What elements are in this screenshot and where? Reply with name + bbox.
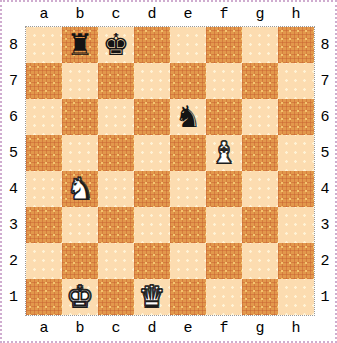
square-g4[interactable] — [242, 171, 278, 207]
rank-label-8: 8 — [315, 27, 335, 63]
square-a8[interactable] — [26, 27, 62, 63]
file-labels-top: abcdefgh — [25, 2, 315, 26]
square-a3[interactable] — [26, 207, 62, 243]
square-c8[interactable]: ♚ — [98, 27, 134, 63]
file-label-d: d — [134, 316, 170, 341]
square-h8[interactable] — [278, 27, 314, 63]
square-f5[interactable]: ♝ — [206, 135, 242, 171]
square-f2[interactable] — [206, 243, 242, 279]
square-d5[interactable] — [134, 135, 170, 171]
rank-label-8: 8 — [2, 27, 25, 63]
square-a6[interactable] — [26, 99, 62, 135]
square-b2[interactable] — [62, 243, 98, 279]
square-h3[interactable] — [278, 207, 314, 243]
square-g1[interactable] — [242, 279, 278, 315]
file-label-c: c — [98, 316, 134, 341]
file-label-a: a — [26, 316, 62, 341]
rank-label-7: 7 — [315, 63, 335, 99]
square-e3[interactable] — [170, 207, 206, 243]
file-label-f: f — [206, 2, 242, 26]
piece-white-knight[interactable]: ♞ — [67, 171, 94, 207]
board: ♜♚♞♝♞♚♛ — [25, 26, 315, 316]
square-c3[interactable] — [98, 207, 134, 243]
square-c1[interactable] — [98, 279, 134, 315]
file-label-f: f — [206, 316, 242, 341]
rank-label-3: 3 — [315, 207, 335, 243]
square-g5[interactable] — [242, 135, 278, 171]
rank-label-5: 5 — [315, 135, 335, 171]
file-label-h: h — [278, 316, 314, 341]
chess-diagram: abcdefgh 87654321 ♜♚♞♝♞♚♛ 87654321 abcde… — [0, 0, 337, 343]
square-a4[interactable] — [26, 171, 62, 207]
square-c7[interactable] — [98, 63, 134, 99]
square-g3[interactable] — [242, 207, 278, 243]
square-d8[interactable] — [134, 27, 170, 63]
square-e5[interactable] — [170, 135, 206, 171]
piece-black-king[interactable]: ♚ — [103, 27, 130, 63]
square-d4[interactable] — [134, 171, 170, 207]
square-b5[interactable] — [62, 135, 98, 171]
square-d1[interactable]: ♛ — [134, 279, 170, 315]
square-e1[interactable] — [170, 279, 206, 315]
file-label-g: g — [242, 316, 278, 341]
square-e4[interactable] — [170, 171, 206, 207]
file-label-e: e — [170, 316, 206, 341]
square-g2[interactable] — [242, 243, 278, 279]
square-e2[interactable] — [170, 243, 206, 279]
square-c6[interactable] — [98, 99, 134, 135]
square-a1[interactable] — [26, 279, 62, 315]
square-f4[interactable] — [206, 171, 242, 207]
square-h5[interactable] — [278, 135, 314, 171]
square-f6[interactable] — [206, 99, 242, 135]
square-b3[interactable] — [62, 207, 98, 243]
piece-white-queen[interactable]: ♛ — [139, 279, 166, 315]
square-f8[interactable] — [206, 27, 242, 63]
square-c5[interactable] — [98, 135, 134, 171]
square-b4[interactable]: ♞ — [62, 171, 98, 207]
square-f7[interactable] — [206, 63, 242, 99]
rank-label-6: 6 — [315, 99, 335, 135]
square-d7[interactable] — [134, 63, 170, 99]
square-b6[interactable] — [62, 99, 98, 135]
square-e6[interactable]: ♞ — [170, 99, 206, 135]
square-a5[interactable] — [26, 135, 62, 171]
square-c2[interactable] — [98, 243, 134, 279]
file-label-e: e — [170, 2, 206, 26]
rank-label-3: 3 — [2, 207, 25, 243]
file-labels-bottom: abcdefgh — [25, 316, 315, 341]
rank-label-5: 5 — [2, 135, 25, 171]
square-b1[interactable]: ♚ — [62, 279, 98, 315]
piece-black-rook[interactable]: ♜ — [67, 27, 94, 63]
square-d3[interactable] — [134, 207, 170, 243]
rank-label-7: 7 — [2, 63, 25, 99]
square-d6[interactable] — [134, 99, 170, 135]
rank-labels-right: 87654321 — [315, 26, 335, 316]
square-g6[interactable] — [242, 99, 278, 135]
file-label-a: a — [26, 2, 62, 26]
file-label-g: g — [242, 2, 278, 26]
square-b8[interactable]: ♜ — [62, 27, 98, 63]
rank-label-2: 2 — [315, 243, 335, 279]
square-b7[interactable] — [62, 63, 98, 99]
square-g7[interactable] — [242, 63, 278, 99]
square-d2[interactable] — [134, 243, 170, 279]
rank-label-4: 4 — [315, 171, 335, 207]
rank-label-6: 6 — [2, 99, 25, 135]
piece-white-bishop[interactable]: ♝ — [211, 135, 238, 171]
square-e7[interactable] — [170, 63, 206, 99]
rank-labels-left: 87654321 — [2, 26, 25, 316]
square-f3[interactable] — [206, 207, 242, 243]
square-f1[interactable] — [206, 279, 242, 315]
file-label-h: h — [278, 2, 314, 26]
file-label-b: b — [62, 316, 98, 341]
square-e8[interactable] — [170, 27, 206, 63]
file-label-d: d — [134, 2, 170, 26]
square-h2[interactable] — [278, 243, 314, 279]
square-g8[interactable] — [242, 27, 278, 63]
file-label-c: c — [98, 2, 134, 26]
piece-black-knight[interactable]: ♞ — [175, 99, 202, 135]
square-h1[interactable] — [278, 279, 314, 315]
rank-label-1: 1 — [2, 279, 25, 315]
square-h7[interactable] — [278, 63, 314, 99]
rank-label-4: 4 — [2, 171, 25, 207]
square-h4[interactable] — [278, 171, 314, 207]
rank-label-2: 2 — [2, 243, 25, 279]
rank-label-1: 1 — [315, 279, 335, 315]
square-a2[interactable] — [26, 243, 62, 279]
piece-white-king[interactable]: ♚ — [67, 279, 94, 315]
square-h6[interactable] — [278, 99, 314, 135]
square-c4[interactable] — [98, 171, 134, 207]
square-a7[interactable] — [26, 63, 62, 99]
file-label-b: b — [62, 2, 98, 26]
